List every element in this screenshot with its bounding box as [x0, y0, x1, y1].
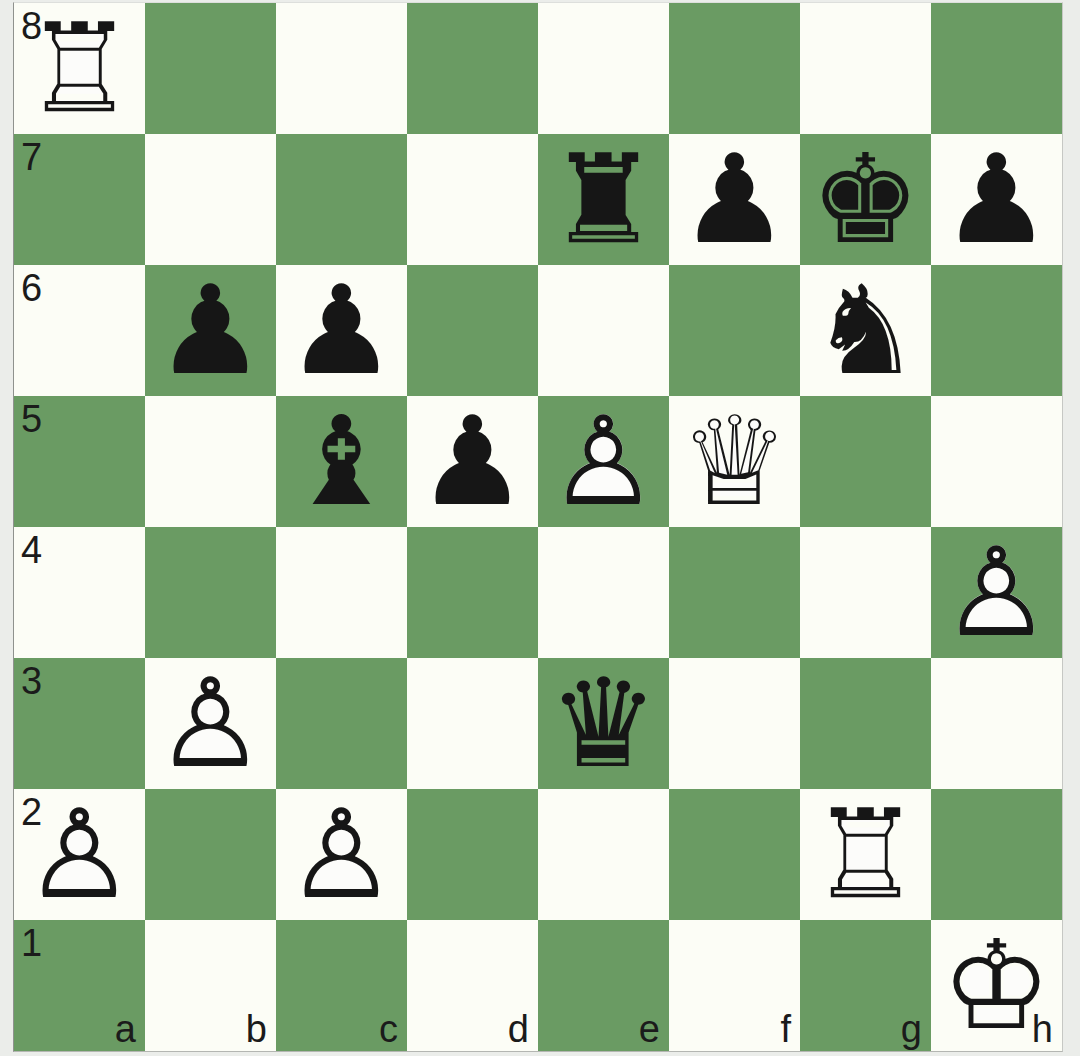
square-h7[interactable]: ♟ [931, 134, 1062, 265]
file-label-c: c [379, 1010, 398, 1048]
black-knight-glyph: ♞ [800, 265, 931, 396]
square-g6[interactable]: ♞ [800, 265, 931, 396]
piece-white-pawn-b3[interactable]: ♟♙ [145, 658, 276, 789]
square-e2[interactable] [538, 789, 669, 920]
piece-black-pawn-b6[interactable]: ♟ [145, 265, 276, 396]
square-g3[interactable] [800, 658, 931, 789]
square-e1[interactable]: e [538, 920, 669, 1051]
piece-white-queen-f5[interactable]: ♛♕ [669, 396, 800, 527]
square-f7[interactable]: ♟ [669, 134, 800, 265]
square-f1[interactable]: f [669, 920, 800, 1051]
square-e3[interactable]: ♛ [538, 658, 669, 789]
white-pawn-outline-glyph: ♙ [14, 789, 145, 920]
piece-white-pawn-a2[interactable]: ♟♙ [14, 789, 145, 920]
black-king-glyph: ♚ [800, 134, 931, 265]
square-c4[interactable] [276, 527, 407, 658]
square-a3[interactable]: 3 [14, 658, 145, 789]
black-queen-glyph: ♛ [538, 658, 669, 789]
square-d2[interactable] [407, 789, 538, 920]
square-b7[interactable] [145, 134, 276, 265]
piece-black-queen-e3[interactable]: ♛ [538, 658, 669, 789]
black-pawn-glyph: ♟ [669, 134, 800, 265]
square-d6[interactable] [407, 265, 538, 396]
piece-white-pawn-h4[interactable]: ♟♙ [931, 527, 1062, 658]
square-e7[interactable]: ♜ [538, 134, 669, 265]
piece-white-rook-a8[interactable]: ♜♖ [14, 3, 145, 134]
square-g7[interactable]: ♚ [800, 134, 931, 265]
piece-black-king-g7[interactable]: ♚ [800, 134, 931, 265]
square-d3[interactable] [407, 658, 538, 789]
square-a1[interactable]: 1a [14, 920, 145, 1051]
square-e6[interactable] [538, 265, 669, 396]
piece-white-rook-g2[interactable]: ♜♖ [800, 789, 931, 920]
square-a2[interactable]: 2♟♙ [14, 789, 145, 920]
square-f8[interactable] [669, 3, 800, 134]
file-label-a: a [115, 1010, 136, 1048]
square-a6[interactable]: 6 [14, 265, 145, 396]
file-label-d: d [508, 1010, 529, 1048]
square-f5[interactable]: ♛♕ [669, 396, 800, 527]
square-d4[interactable] [407, 527, 538, 658]
white-rook-outline-glyph: ♖ [14, 3, 145, 134]
piece-black-rook-e7[interactable]: ♜ [538, 134, 669, 265]
square-c3[interactable] [276, 658, 407, 789]
square-c8[interactable] [276, 3, 407, 134]
square-h2[interactable] [931, 789, 1062, 920]
piece-black-pawn-h7[interactable]: ♟ [931, 134, 1062, 265]
square-a8[interactable]: 8♜♖ [14, 3, 145, 134]
square-b2[interactable] [145, 789, 276, 920]
white-pawn-outline-glyph: ♙ [538, 396, 669, 527]
square-b4[interactable] [145, 527, 276, 658]
black-pawn-glyph: ♟ [931, 134, 1062, 265]
square-e5[interactable]: ♟♙ [538, 396, 669, 527]
square-g2[interactable]: ♜♖ [800, 789, 931, 920]
piece-black-knight-g6[interactable]: ♞ [800, 265, 931, 396]
piece-white-king-h1[interactable]: ♚♔ [931, 920, 1062, 1051]
black-rook-glyph: ♜ [538, 134, 669, 265]
rank-label-1: 1 [21, 924, 42, 962]
white-pawn-outline-glyph: ♙ [145, 658, 276, 789]
file-label-f: f [780, 1010, 791, 1048]
square-b3[interactable]: ♟♙ [145, 658, 276, 789]
white-pawn-outline-glyph: ♙ [931, 527, 1062, 658]
square-c1[interactable]: c [276, 920, 407, 1051]
square-a5[interactable]: 5 [14, 396, 145, 527]
rank-label-7: 7 [21, 138, 42, 176]
square-g5[interactable] [800, 396, 931, 527]
white-queen-outline-glyph: ♕ [669, 396, 800, 527]
square-c2[interactable]: ♟♙ [276, 789, 407, 920]
square-c6[interactable]: ♟ [276, 265, 407, 396]
square-b5[interactable] [145, 396, 276, 527]
square-f4[interactable] [669, 527, 800, 658]
square-h3[interactable] [931, 658, 1062, 789]
square-b1[interactable]: b [145, 920, 276, 1051]
board-frame: 8♜♖7♜♟♚♟6♟♟♞5♝♟♟♙♛♕4♟♙3♟♙♛2♟♙♟♙♜♖1abcdef… [0, 0, 1080, 1056]
square-g4[interactable] [800, 527, 931, 658]
piece-black-pawn-d5[interactable]: ♟ [407, 396, 538, 527]
square-e4[interactable] [538, 527, 669, 658]
file-label-g: g [901, 1010, 922, 1048]
square-c5[interactable]: ♝ [276, 396, 407, 527]
piece-black-pawn-c6[interactable]: ♟ [276, 265, 407, 396]
square-a4[interactable]: 4 [14, 527, 145, 658]
square-c7[interactable] [276, 134, 407, 265]
chess-board: 8♜♖7♜♟♚♟6♟♟♞5♝♟♟♙♛♕4♟♙3♟♙♛2♟♙♟♙♜♖1abcdef… [13, 2, 1063, 1052]
black-pawn-glyph: ♟ [145, 265, 276, 396]
square-g8[interactable] [800, 3, 931, 134]
square-b6[interactable]: ♟ [145, 265, 276, 396]
square-d8[interactable] [407, 3, 538, 134]
square-h1[interactable]: h♚♔ [931, 920, 1062, 1051]
square-a7[interactable]: 7 [14, 134, 145, 265]
piece-white-pawn-e5[interactable]: ♟♙ [538, 396, 669, 527]
file-label-e: e [639, 1010, 660, 1048]
square-b8[interactable] [145, 3, 276, 134]
rank-label-4: 4 [21, 531, 42, 569]
square-d1[interactable]: d [407, 920, 538, 1051]
white-king-outline-glyph: ♔ [931, 920, 1062, 1051]
white-pawn-outline-glyph: ♙ [276, 789, 407, 920]
square-f3[interactable] [669, 658, 800, 789]
square-e8[interactable] [538, 3, 669, 134]
square-g1[interactable]: g [800, 920, 931, 1051]
black-pawn-glyph: ♟ [407, 396, 538, 527]
square-d7[interactable] [407, 134, 538, 265]
black-bishop-glyph: ♝ [276, 396, 407, 527]
piece-black-bishop-c5[interactable]: ♝ [276, 396, 407, 527]
square-h4[interactable]: ♟♙ [931, 527, 1062, 658]
black-pawn-glyph: ♟ [276, 265, 407, 396]
white-rook-outline-glyph: ♖ [800, 789, 931, 920]
rank-label-6: 6 [21, 269, 42, 307]
rank-label-5: 5 [21, 400, 42, 438]
file-label-b: b [246, 1010, 267, 1048]
rank-label-3: 3 [21, 662, 42, 700]
square-h6[interactable] [931, 265, 1062, 396]
square-h5[interactable] [931, 396, 1062, 527]
square-d5[interactable]: ♟ [407, 396, 538, 527]
square-f2[interactable] [669, 789, 800, 920]
piece-black-pawn-f7[interactable]: ♟ [669, 134, 800, 265]
piece-white-pawn-c2[interactable]: ♟♙ [276, 789, 407, 920]
square-h8[interactable] [931, 3, 1062, 134]
square-f6[interactable] [669, 265, 800, 396]
